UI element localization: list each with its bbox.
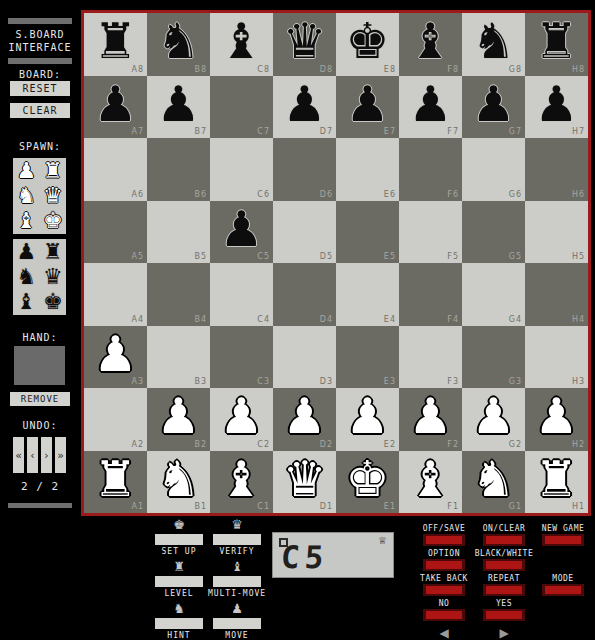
spawn-white-king-button[interactable]: ♚ [43,210,63,232]
square-coord: F6 [447,190,459,199]
square-coord: D1 [320,502,333,511]
red-key-face [426,536,462,544]
button-key[interactable] [155,576,203,587]
black-pawn-piece: ♟ [336,73,399,135]
undo-back-button[interactable]: ‹ [27,437,38,473]
square-coord: G5 [509,252,522,261]
undo-counter: 2 / 2 [8,480,72,493]
square-c2[interactable]: ♟C2 [210,388,273,451]
square-coord: H6 [572,190,585,199]
square-coord: G6 [509,190,522,199]
lcd-display: ♕ C5 [272,532,394,578]
square-f3[interactable]: F3 [399,326,462,389]
square-coord: A4 [131,315,144,324]
square-c8[interactable]: ♝C8 [210,13,273,76]
square-coord: C8 [257,65,270,74]
black-pawn-piece: ♟ [273,73,336,135]
rook-icon: ♜ [173,560,185,574]
square-e3[interactable]: E3 [336,326,399,389]
white-king-piece: ♚ [336,448,399,510]
square-c7[interactable]: C7 [210,76,273,139]
black-bishop-piece: ♝ [210,11,273,73]
sidebar-divider-top [8,18,72,24]
square-c1[interactable]: ♝C1 [210,451,273,514]
square-coord: D3 [320,377,333,386]
square-g1[interactable]: ♞G1 [462,451,525,514]
app-title-line2: INTERFACE [8,41,72,54]
button-label: VERIFY [220,547,255,556]
spawn-white-bishop-button[interactable]: ♝ [16,210,36,232]
red-key[interactable] [542,534,584,546]
button-label: LEVEL [164,589,193,598]
square-a2[interactable]: A2 [84,388,147,451]
white-pawn-piece: ♟ [399,386,462,448]
square-d3[interactable]: D3 [273,326,336,389]
white-knight-piece: ♞ [147,448,210,510]
square-coord: A1 [131,502,144,511]
square-a8[interactable]: ♜A8 [84,13,147,76]
square-coord: C6 [257,190,270,199]
square-coord: B5 [194,252,207,261]
hint-button[interactable]: ♞HINT [150,602,208,640]
undo-forward-button[interactable]: › [41,437,52,473]
square-h6[interactable]: H6 [525,138,588,201]
black-pawn-piece: ♟ [84,73,147,135]
button-key[interactable] [155,534,203,545]
verify-button[interactable]: ♛VERIFY [208,518,266,556]
square-d5[interactable]: D5 [273,201,336,264]
button-label: NO [439,599,450,608]
square-f1[interactable]: ♝F1 [399,451,462,514]
square-coord: F4 [447,315,459,324]
square-coord: E8 [384,65,396,74]
square-g3[interactable]: G3 [462,326,525,389]
undo-section-label: UNDO: [8,420,72,431]
empty-cell [534,599,592,621]
square-coord: B1 [194,502,207,511]
square-coord: A6 [131,190,144,199]
square-g4[interactable]: G4 [462,263,525,326]
square-d1[interactable]: ♛D1 [273,451,336,514]
red-key-face [486,536,522,544]
square-e2[interactable]: ♟E2 [336,388,399,451]
red-key[interactable] [423,584,465,596]
square-coord: E3 [384,377,396,386]
spawn-white-rook-button[interactable]: ♜ [43,160,63,182]
square-a3[interactable]: ♟A3 [84,326,147,389]
square-coord: C5 [257,252,270,261]
square-e8[interactable]: ♚E8 [336,13,399,76]
arrow-cell: ◀ [414,624,474,640]
square-coord: B7 [194,127,207,136]
square-e1[interactable]: ♚E1 [336,451,399,514]
square-coord: E1 [384,502,396,511]
square-coord: H2 [572,440,585,449]
button-key[interactable] [213,576,261,587]
square-coord: H3 [572,377,585,386]
spawn-white-pawn-button[interactable]: ♟ [16,160,36,182]
square-coord: H8 [572,65,585,74]
square-coord: H5 [572,252,585,261]
black-pawn-piece: ♟ [399,73,462,135]
square-coord: C1 [257,502,270,511]
square-coord: D7 [320,127,333,136]
sidebar-divider-title [8,58,72,64]
red-key[interactable] [423,534,465,546]
remove-button[interactable]: REMOVE [10,392,70,406]
red-key[interactable] [483,559,525,571]
button-label: MODE [552,574,573,583]
black-white-button[interactable]: BLACK/WHITE [474,549,534,571]
square-b5[interactable]: B5 [147,201,210,264]
square-a4[interactable]: A4 [84,263,147,326]
square-g5[interactable]: G5 [462,201,525,264]
take-back-button[interactable]: TAKE BACK [414,574,474,596]
square-a1[interactable]: ♜A1 [84,451,147,514]
knight-icon: ♞ [173,602,185,616]
square-b6[interactable]: B6 [147,138,210,201]
button-label: BLACK/WHITE [475,549,533,558]
white-rook-piece: ♜ [84,448,147,510]
square-d6[interactable]: D6 [273,138,336,201]
square-g6[interactable]: G6 [462,138,525,201]
square-coord: C4 [257,315,270,324]
square-coord: G3 [509,377,522,386]
square-coord: C7 [257,127,270,136]
button-label: MOVE [225,631,248,640]
square-coord: F1 [447,502,459,511]
square-coord: E7 [384,127,396,136]
console-command-buttons: OFF/SAVEON/CLEARNEW GAMEOPTIONBLACK/WHIT… [414,524,592,640]
clear-button[interactable]: CLEAR [10,103,70,118]
no-button[interactable]: NO [414,599,474,621]
square-coord: G2 [509,440,522,449]
red-key[interactable] [423,609,465,621]
spawn-white-knight-button[interactable]: ♞ [16,185,36,207]
white-queen-piece: ♛ [273,448,336,510]
square-h3[interactable]: H3 [525,326,588,389]
button-label: ON/CLEAR [483,524,526,533]
square-a6[interactable]: A6 [84,138,147,201]
arrow-cell: ▶ [474,624,534,640]
black-pawn-piece: ♟ [525,73,588,135]
app-title-line1: S.BOARD [8,28,72,41]
square-e7[interactable]: ♟E7 [336,76,399,139]
undo-first-button[interactable]: « [13,437,24,473]
square-coord: E5 [384,252,396,261]
square-coord: D5 [320,252,333,261]
button-label: REPEAT [488,574,520,583]
spawn-black-king-button[interactable]: ♚ [43,291,63,313]
black-rook-piece: ♜ [525,11,588,73]
square-coord: B4 [194,315,207,324]
square-f8[interactable]: ♝F8 [399,13,462,76]
white-pawn-piece: ♟ [210,386,273,448]
square-f6[interactable]: F6 [399,138,462,201]
red-key[interactable] [483,534,525,546]
button-label: MULTI-MOVE [208,589,266,598]
multi-move-button[interactable]: ♝MULTI-MOVE [208,560,266,598]
square-coord: A8 [131,65,144,74]
hand-section-label: HAND: [8,332,72,343]
queen-icon: ♛ [231,518,243,532]
red-key-face [545,536,581,544]
square-coord: E2 [384,440,396,449]
undo-last-button[interactable]: » [55,437,66,473]
button-label: NEW GAME [542,524,585,533]
button-label: OFF/SAVE [423,524,466,533]
square-coord: B8 [194,65,207,74]
button-key[interactable] [155,618,203,629]
red-key[interactable] [423,559,465,571]
square-coord: D2 [320,440,333,449]
new-game-button[interactable]: NEW GAME [534,524,592,546]
black-bishop-piece: ♝ [399,11,462,73]
empty-cell [534,549,592,571]
spawn-white-panel: ♟♜♞♛♝♚ [13,158,66,234]
red-key-face [426,561,462,569]
square-coord: H4 [572,315,585,324]
red-key-face [486,561,522,569]
button-label: SET UP [162,547,197,556]
white-pawn-piece: ♟ [84,323,147,385]
option-button[interactable]: OPTION [414,549,474,571]
king-icon: ♚ [173,518,185,532]
square-c3[interactable]: C3 [210,326,273,389]
white-bishop-piece: ♝ [399,448,462,510]
hand-slot[interactable] [14,346,65,385]
spawn-black-queen-button[interactable]: ♛ [43,266,63,288]
spawn-black-rook-button[interactable]: ♜ [43,241,63,263]
square-coord: B6 [194,190,207,199]
board-section-label: BOARD: [8,69,72,80]
chess-computer-app: S.BOARD INTERFACE BOARD: RESET CLEAR SPA… [0,0,595,640]
sidebar-divider-bottom [8,503,72,508]
pawn-icon: ♟ [231,602,243,616]
arrow-right-button[interactable]: ▶ [499,626,508,640]
red-key-face [486,586,522,594]
square-f2[interactable]: ♟F2 [399,388,462,451]
red-key-face [545,586,581,594]
black-knight-piece: ♞ [462,11,525,73]
square-coord: G1 [509,502,522,511]
button-label: YES [496,599,512,608]
black-knight-piece: ♞ [147,11,210,73]
square-coord: C3 [257,377,270,386]
square-b3[interactable]: B3 [147,326,210,389]
square-a5[interactable]: A5 [84,201,147,264]
black-king-piece: ♚ [336,11,399,73]
red-key-face [486,611,522,619]
red-key[interactable] [483,584,525,596]
red-key-face [426,586,462,594]
square-d8[interactable]: ♛D8 [273,13,336,76]
white-rook-piece: ♜ [525,448,588,510]
white-pawn-piece: ♟ [147,386,210,448]
white-bishop-piece: ♝ [210,448,273,510]
square-coord: F7 [447,127,459,136]
console-function-buttons: ♚SET UP♛VERIFY♜LEVEL♝MULTI-MOVE♞HINT♟MOV… [150,518,266,640]
square-b7[interactable]: ♟B7 [147,76,210,139]
square-coord: A7 [131,127,144,136]
button-label: HINT [167,631,190,640]
square-b1[interactable]: ♞B1 [147,451,210,514]
level-button[interactable]: ♜LEVEL [150,560,208,598]
lcd-crown-icon: ♕ [378,535,387,546]
button-key[interactable] [213,618,261,629]
off-save-button[interactable]: OFF/SAVE [414,524,474,546]
move-button[interactable]: ♟MOVE [208,602,266,640]
square-coord: G4 [509,315,522,324]
square-h5[interactable]: H5 [525,201,588,264]
spawn-section-label: SPAWN: [8,141,72,152]
red-key[interactable] [542,584,584,596]
square-coord: E6 [384,190,396,199]
white-knight-piece: ♞ [462,448,525,510]
set-up-button[interactable]: ♚SET UP [150,518,208,556]
square-coord: A5 [131,252,144,261]
arrow-left-button[interactable]: ◀ [439,626,448,640]
black-rook-piece: ♜ [84,11,147,73]
square-coord: E4 [384,315,396,324]
square-e6[interactable]: E6 [336,138,399,201]
square-coord: G8 [509,65,522,74]
black-pawn-piece: ♟ [147,73,210,135]
black-pawn-piece: ♟ [210,198,273,260]
square-coord: D8 [320,65,333,74]
white-pawn-piece: ♟ [336,386,399,448]
board-grid: ♜A8♞B8♝C8♛D8♚E8♝F8♞G8♜H8♟A7♟B7C7♟D7♟E7♟F… [84,13,588,513]
square-coord: H7 [572,127,585,136]
square-d7[interactable]: ♟D7 [273,76,336,139]
button-label: OPTION [428,549,460,558]
square-b2[interactable]: ♟B2 [147,388,210,451]
square-a7[interactable]: ♟A7 [84,76,147,139]
undo-controls: «‹›» [13,437,66,473]
square-coord: F3 [447,377,459,386]
square-f4[interactable]: F4 [399,263,462,326]
on-clear-button[interactable]: ON/CLEAR [474,524,534,546]
bishop-icon: ♝ [231,560,243,574]
white-pawn-piece: ♟ [273,386,336,448]
chess-board: ♜A8♞B8♝C8♛D8♚E8♝F8♞G8♜H8♟A7♟B7C7♟D7♟E7♟F… [81,10,591,516]
square-f7[interactable]: ♟F7 [399,76,462,139]
square-coord: C2 [257,440,270,449]
square-c4[interactable]: C4 [210,263,273,326]
spawn-black-pawn-button[interactable]: ♟ [16,241,36,263]
square-g8[interactable]: ♞G8 [462,13,525,76]
square-coord: B3 [194,377,207,386]
square-c5[interactable]: ♟C5 [210,201,273,264]
yes-button[interactable]: YES [474,599,534,621]
button-key[interactable] [213,534,261,545]
square-e5[interactable]: E5 [336,201,399,264]
black-pawn-piece: ♟ [462,73,525,135]
red-key[interactable] [483,609,525,621]
empty-cell [534,624,592,640]
app-title: S.BOARD INTERFACE [8,28,72,54]
button-label: TAKE BACK [420,574,468,583]
spawn-black-knight-button[interactable]: ♞ [16,266,36,288]
square-g2[interactable]: ♟G2 [462,388,525,451]
square-coord: F5 [447,252,459,261]
square-coord: H1 [572,502,585,511]
square-coord: A3 [131,377,144,386]
square-c6[interactable]: C6 [210,138,273,201]
lcd-move-text: C5 [280,539,330,575]
square-e4[interactable]: E4 [336,263,399,326]
square-coord: D6 [320,190,333,199]
white-pawn-piece: ♟ [462,386,525,448]
spawn-black-panel: ♟♜♞♛♝♚ [13,239,66,315]
square-coord: B2 [194,440,207,449]
square-h1[interactable]: ♜H1 [525,451,588,514]
square-b4[interactable]: B4 [147,263,210,326]
square-d4[interactable]: D4 [273,263,336,326]
white-pawn-piece: ♟ [525,386,588,448]
repeat-button[interactable]: REPEAT [474,574,534,596]
spawn-white-queen-button[interactable]: ♛ [43,185,63,207]
black-queen-piece: ♛ [273,11,336,73]
square-b8[interactable]: ♞B8 [147,13,210,76]
square-coord: A2 [131,440,144,449]
square-coord: G7 [509,127,522,136]
square-h7[interactable]: ♟H7 [525,76,588,139]
square-d2[interactable]: ♟D2 [273,388,336,451]
square-coord: D4 [320,315,333,324]
square-h8[interactable]: ♜H8 [525,13,588,76]
red-key-face [426,611,462,619]
square-f5[interactable]: F5 [399,201,462,264]
mode-button[interactable]: MODE [534,574,592,596]
spawn-black-bishop-button[interactable]: ♝ [16,291,36,313]
square-g7[interactable]: ♟G7 [462,76,525,139]
square-h4[interactable]: H4 [525,263,588,326]
square-coord: F2 [447,440,459,449]
square-coord: F8 [447,65,459,74]
reset-button[interactable]: RESET [10,81,70,96]
square-h2[interactable]: ♟H2 [525,388,588,451]
